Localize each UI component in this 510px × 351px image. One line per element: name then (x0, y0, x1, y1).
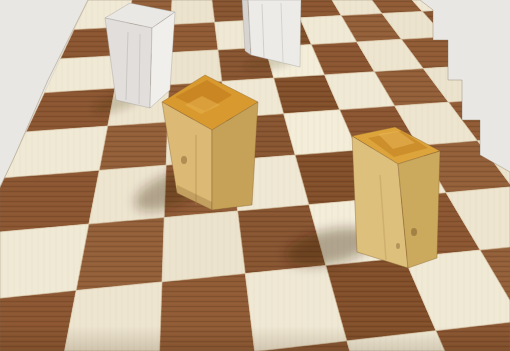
wood-block-right-knot (411, 228, 417, 236)
tile-grain (99, 122, 167, 170)
scene-svg (0, 0, 510, 351)
wood-block-center-knot (181, 156, 187, 164)
tile-grain (171, 0, 215, 24)
wood-block-right-knot (396, 243, 400, 249)
tile-grain (162, 211, 245, 282)
piece-white-block-left-on-B4 (105, 3, 175, 108)
tile-grain (170, 22, 218, 52)
installation-photo-stage (0, 0, 510, 351)
piece-wood-block-right-on-E7 (352, 127, 440, 268)
tile-grain (76, 218, 164, 291)
bottom-vignette (0, 326, 510, 351)
piece-wood-block-center-on-C6 (162, 75, 258, 210)
